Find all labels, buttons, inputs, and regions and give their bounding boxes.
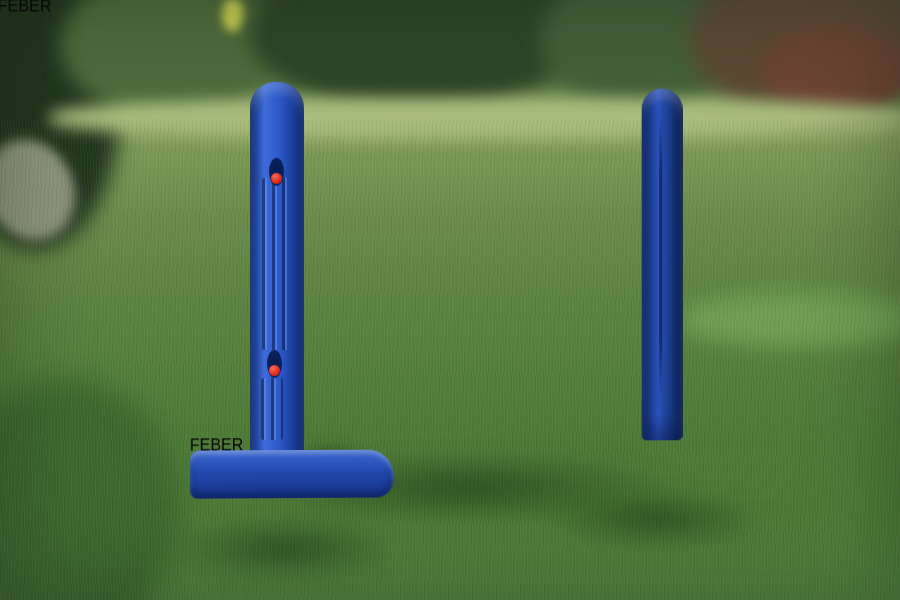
garden-scene: FEBER	[0, 0, 900, 600]
left-foot: FEBER	[190, 436, 394, 559]
bolt-recess	[269, 158, 284, 186]
molding-grooves	[262, 178, 292, 350]
red-bolt	[271, 173, 282, 184]
brand-embossing: FEBER	[0, 0, 52, 15]
molding-seam	[659, 118, 662, 395]
right-upright-post	[642, 88, 683, 440]
red-bolt	[269, 365, 280, 376]
bolt-recess	[267, 350, 282, 378]
molding-grooves	[261, 378, 283, 440]
right-foot: FEBER	[0, 0, 52, 16]
left-foot-base	[190, 450, 394, 499]
connect-four-set: FEBER	[0, 0, 888, 600]
left-upright-post	[250, 82, 304, 485]
